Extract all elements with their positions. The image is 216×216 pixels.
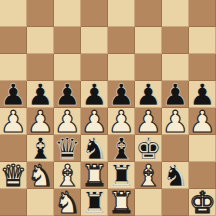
chess-board: ♟♟♟♟♟♟♟♟♟♟♟♟♟♟♟♟♝♛♞♝♚♛♞♝♜♜♝♞♞♜♜♚: [0, 0, 216, 216]
square-h1[interactable]: ♚: [189, 189, 216, 216]
piece-white-pawn[interactable]: ♟: [0, 108, 27, 135]
square-a1[interactable]: [0, 189, 27, 216]
square-b1[interactable]: [27, 189, 54, 216]
square-e7[interactable]: [108, 27, 135, 54]
piece-black-knight[interactable]: ♞: [162, 162, 189, 189]
piece-white-pawn[interactable]: ♟: [189, 108, 216, 135]
square-a7[interactable]: [0, 27, 27, 54]
square-h7[interactable]: [189, 27, 216, 54]
piece-black-rook[interactable]: ♜: [81, 189, 108, 216]
square-g8[interactable]: [162, 0, 189, 27]
piece-white-queen[interactable]: ♛: [0, 162, 27, 189]
square-d8[interactable]: [81, 0, 108, 27]
square-g4[interactable]: ♟: [162, 108, 189, 135]
square-f8[interactable]: [135, 0, 162, 27]
square-h3[interactable]: [189, 135, 216, 162]
square-b8[interactable]: [27, 0, 54, 27]
piece-white-king[interactable]: ♚: [189, 189, 216, 216]
square-h4[interactable]: ♟: [189, 108, 216, 135]
square-c1[interactable]: ♞: [54, 189, 81, 216]
piece-white-bishop[interactable]: ♝: [135, 162, 162, 189]
square-b7[interactable]: [27, 27, 54, 54]
square-e1[interactable]: ♜: [108, 189, 135, 216]
square-a4[interactable]: ♟: [0, 108, 27, 135]
square-h8[interactable]: [189, 0, 216, 27]
square-f7[interactable]: [135, 27, 162, 54]
square-b2[interactable]: ♞: [27, 162, 54, 189]
piece-white-knight[interactable]: ♞: [27, 162, 54, 189]
square-a8[interactable]: [0, 0, 27, 27]
square-g1[interactable]: [162, 189, 189, 216]
piece-white-pawn[interactable]: ♟: [162, 108, 189, 135]
piece-white-rook[interactable]: ♜: [108, 189, 135, 216]
square-f1[interactable]: [135, 189, 162, 216]
piece-white-knight[interactable]: ♞: [54, 189, 81, 216]
square-d1[interactable]: ♜: [81, 189, 108, 216]
square-d7[interactable]: [81, 27, 108, 54]
square-a2[interactable]: ♛: [0, 162, 27, 189]
square-e8[interactable]: [108, 0, 135, 27]
square-c8[interactable]: [54, 0, 81, 27]
square-g2[interactable]: ♞: [162, 162, 189, 189]
square-f2[interactable]: ♝: [135, 162, 162, 189]
square-g7[interactable]: [162, 27, 189, 54]
square-c7[interactable]: [54, 27, 81, 54]
